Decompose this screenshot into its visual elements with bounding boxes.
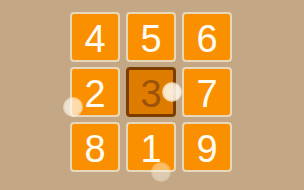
puzzle-board: 4 5 6 2 3 7 8 1 9 [70, 12, 232, 172]
tile-8[interactable]: 8 [70, 122, 120, 172]
tile-6[interactable]: 6 [182, 12, 232, 62]
app-background: 4 5 6 2 3 7 8 1 9 [0, 0, 304, 190]
tile-7[interactable]: 7 [182, 67, 232, 117]
tile-9[interactable]: 9 [182, 122, 232, 172]
tile-5[interactable]: 5 [126, 12, 176, 62]
tile-4[interactable]: 4 [70, 12, 120, 62]
tile-3-selected[interactable]: 3 [126, 67, 176, 117]
tile-1[interactable]: 1 [126, 122, 176, 172]
tile-2[interactable]: 2 [70, 67, 120, 117]
